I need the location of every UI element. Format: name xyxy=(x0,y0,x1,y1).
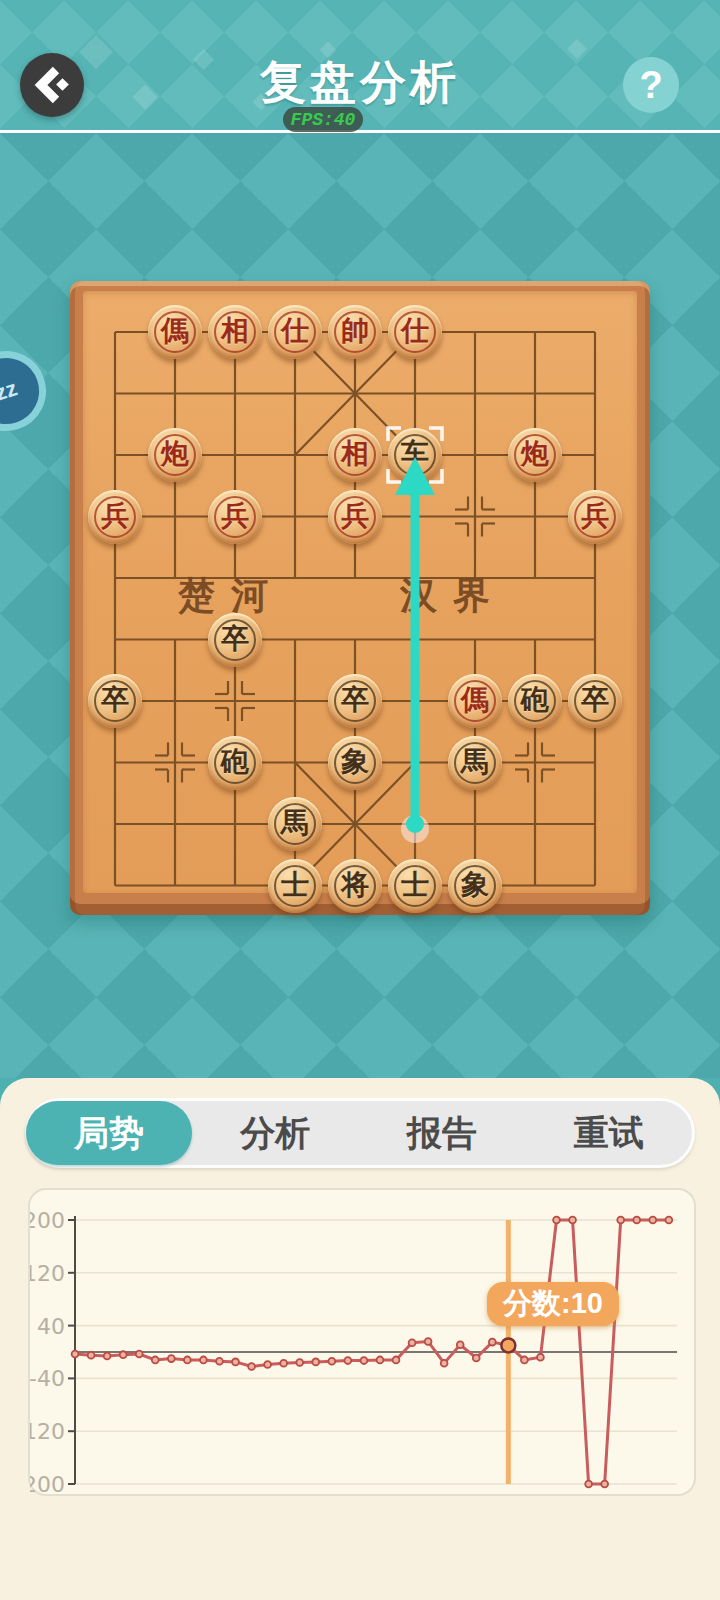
current-move-point xyxy=(501,1338,515,1352)
piece-black-elephant[interactable]: 象 xyxy=(448,859,502,913)
header: 复盘分析 FPS:40 ? xyxy=(0,0,720,133)
piece-black-cannon[interactable]: 砲 xyxy=(208,736,262,790)
piece-glyph: 砲 xyxy=(521,686,549,714)
review-analysis-screen: 复盘分析 FPS:40 ? zz 楚河 汉界 傌相仕帥仕炮相车炮兵兵兵兵卒卒卒傌… xyxy=(0,0,720,1600)
svg-text:-200: -200 xyxy=(30,1472,65,1494)
piece-glyph: 车 xyxy=(401,440,429,468)
piece-glyph: 象 xyxy=(341,748,369,776)
piece-glyph: 卒 xyxy=(101,686,129,714)
piece-glyph: 炮 xyxy=(161,440,189,468)
piece-glyph: 象 xyxy=(461,871,489,899)
piece-black-soldier[interactable]: 卒 xyxy=(88,674,142,728)
piece-glyph: 炮 xyxy=(521,440,549,468)
piece-red-general[interactable]: 帥 xyxy=(328,305,382,359)
piece-glyph: 仕 xyxy=(281,317,309,345)
tab-analysis[interactable]: 分析 xyxy=(192,1110,359,1157)
piece-black-cannon[interactable]: 砲 xyxy=(508,674,562,728)
piece-red-soldier[interactable]: 兵 xyxy=(568,490,622,544)
piece-red-cannon[interactable]: 炮 xyxy=(148,428,202,482)
chart-plot: 20012040-40-120-200 xyxy=(30,1190,694,1494)
piece-glyph: 卒 xyxy=(341,686,369,714)
piece-glyph: 傌 xyxy=(461,686,489,714)
tab-bar: 局势 分析 报告 重试 xyxy=(25,1098,695,1168)
piece-glyph: 傌 xyxy=(161,317,189,345)
piece-red-soldier[interactable]: 兵 xyxy=(88,490,142,544)
piece-glyph: 兵 xyxy=(581,502,609,530)
piece-glyph: 士 xyxy=(281,871,309,899)
piece-glyph: 兵 xyxy=(101,502,129,530)
bottom-panel: 局势 分析 报告 重试 20012040-40-120-200 分数:10 xyxy=(0,1078,720,1600)
piece-red-horse[interactable]: 傌 xyxy=(448,674,502,728)
piece-glyph: 兵 xyxy=(221,502,249,530)
piece-black-horse[interactable]: 馬 xyxy=(268,797,322,851)
xiangqi-board[interactable]: 楚河 汉界 傌相仕帥仕炮相车炮兵兵兵兵卒卒卒傌砲卒砲象馬馬士将士象 xyxy=(70,281,650,915)
help-button[interactable]: ? xyxy=(623,57,679,113)
piece-red-advisor[interactable]: 仕 xyxy=(268,305,322,359)
page-title: 复盘分析 xyxy=(0,52,720,114)
piece-red-soldier[interactable]: 兵 xyxy=(208,490,262,544)
piece-glyph: 将 xyxy=(341,871,369,899)
fps-badge: FPS:40 xyxy=(283,107,363,132)
piece-black-soldier[interactable]: 卒 xyxy=(568,674,622,728)
svg-text:200: 200 xyxy=(30,1208,65,1233)
piece-black-general[interactable]: 将 xyxy=(328,859,382,913)
piece-black-soldier[interactable]: 卒 xyxy=(328,674,382,728)
piece-glyph: 馬 xyxy=(281,809,309,837)
piece-black-advisor[interactable]: 士 xyxy=(268,859,322,913)
piece-glyph: 卒 xyxy=(221,625,249,653)
piece-glyph: 相 xyxy=(221,317,249,345)
piece-glyph: 帥 xyxy=(341,317,369,345)
piece-glyph: 卒 xyxy=(581,686,609,714)
game-area: zz 楚河 汉界 傌相仕帥仕炮相车炮兵兵兵兵卒卒卒傌砲卒砲象馬馬士将士象 xyxy=(0,133,720,1078)
piece-red-advisor[interactable]: 仕 xyxy=(388,305,442,359)
sleep-zz-badge[interactable]: zz xyxy=(0,341,56,442)
piece-glyph: 仕 xyxy=(401,317,429,345)
piece-red-horse[interactable]: 傌 xyxy=(148,305,202,359)
piece-glyph: 砲 xyxy=(221,748,249,776)
piece-glyph: 馬 xyxy=(461,748,489,776)
piece-glyph: 兵 xyxy=(341,502,369,530)
piece-red-soldier[interactable]: 兵 xyxy=(328,490,382,544)
svg-text:-40: -40 xyxy=(30,1366,65,1391)
tab-retry[interactable]: 重试 xyxy=(525,1110,692,1157)
tab-situation[interactable]: 局势 xyxy=(26,1101,192,1165)
piece-glyph: 相 xyxy=(341,440,369,468)
score-tooltip: 分数:10 xyxy=(487,1282,619,1326)
tab-report[interactable]: 报告 xyxy=(359,1110,526,1157)
piece-red-elephant[interactable]: 相 xyxy=(328,428,382,482)
piece-black-elephant[interactable]: 象 xyxy=(328,736,382,790)
svg-text:120: 120 xyxy=(30,1261,65,1286)
piece-black-chariot[interactable]: 车 xyxy=(388,428,442,482)
piece-black-horse[interactable]: 馬 xyxy=(448,736,502,790)
piece-red-elephant[interactable]: 相 xyxy=(208,305,262,359)
evaluation-chart[interactable]: 20012040-40-120-200 分数:10 xyxy=(28,1188,696,1496)
pieces-layer: 傌相仕帥仕炮相车炮兵兵兵兵卒卒卒傌砲卒砲象馬馬士将士象 xyxy=(70,281,650,915)
svg-text:-120: -120 xyxy=(30,1419,65,1444)
piece-black-soldier[interactable]: 卒 xyxy=(208,613,262,667)
piece-black-advisor[interactable]: 士 xyxy=(388,859,442,913)
piece-glyph: 士 xyxy=(401,871,429,899)
svg-text:40: 40 xyxy=(37,1314,65,1339)
piece-red-cannon[interactable]: 炮 xyxy=(508,428,562,482)
